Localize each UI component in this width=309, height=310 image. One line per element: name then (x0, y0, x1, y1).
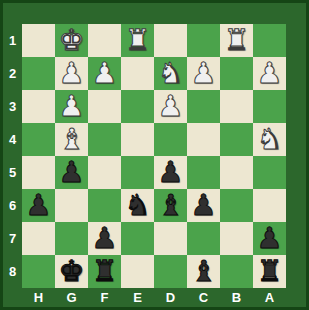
square-h4[interactable] (22, 123, 55, 156)
square-e5[interactable] (121, 156, 154, 189)
square-d4[interactable] (154, 123, 187, 156)
square-g2[interactable]: ♟ (55, 57, 88, 90)
square-g8[interactable]: ♚ (55, 255, 88, 288)
square-g1[interactable]: ♚ (55, 24, 88, 57)
square-a5[interactable] (253, 156, 286, 189)
file-label-c: C (187, 288, 220, 307)
square-c2[interactable]: ♟ (187, 57, 220, 90)
square-h6[interactable]: ♟ (22, 189, 55, 222)
square-c6[interactable]: ♟ (187, 189, 220, 222)
square-a7[interactable]: ♟ (253, 222, 286, 255)
piece-white-knight: ♞ (257, 123, 283, 156)
file-labels: HGFEDCBA (22, 288, 286, 307)
square-c5[interactable] (187, 156, 220, 189)
file-label-f: F (88, 288, 121, 307)
rank-label-1: 1 (3, 24, 22, 57)
rank-label-7: 7 (3, 222, 22, 255)
square-d5[interactable]: ♟ (154, 156, 187, 189)
square-d6[interactable]: ♝ (154, 189, 187, 222)
piece-black-knight: ♞ (125, 189, 151, 222)
chess-diagram: 12345678 ♚♜♜♟♟♞♟♟♟♟♝♞♟♟♟♞♝♟♟♟♚♜♝♜ HGFEDC… (0, 0, 309, 310)
file-label-b: B (220, 288, 253, 307)
square-f4[interactable] (88, 123, 121, 156)
square-d7[interactable] (154, 222, 187, 255)
rank-label-6: 6 (3, 189, 22, 222)
piece-black-pawn: ♟ (59, 156, 85, 189)
square-a3[interactable] (253, 90, 286, 123)
piece-black-bishop: ♝ (191, 255, 217, 288)
piece-black-king: ♚ (59, 255, 85, 288)
square-g6[interactable] (55, 189, 88, 222)
square-f2[interactable]: ♟ (88, 57, 121, 90)
square-d8[interactable] (154, 255, 187, 288)
piece-white-pawn: ♟ (191, 57, 217, 90)
square-a2[interactable]: ♟ (253, 57, 286, 90)
square-c8[interactable]: ♝ (187, 255, 220, 288)
square-c3[interactable] (187, 90, 220, 123)
rank-label-2: 2 (3, 57, 22, 90)
square-h3[interactable] (22, 90, 55, 123)
piece-white-rook: ♜ (125, 24, 151, 57)
file-label-h: H (22, 288, 55, 307)
square-b3[interactable] (220, 90, 253, 123)
square-f5[interactable] (88, 156, 121, 189)
square-b7[interactable] (220, 222, 253, 255)
square-g4[interactable]: ♝ (55, 123, 88, 156)
piece-white-rook: ♜ (224, 24, 250, 57)
square-d3[interactable]: ♟ (154, 90, 187, 123)
chess-board: ♚♜♜♟♟♞♟♟♟♟♝♞♟♟♟♞♝♟♟♟♚♜♝♜ (22, 24, 286, 288)
square-e4[interactable] (121, 123, 154, 156)
piece-black-pawn: ♟ (26, 189, 52, 222)
file-label-a: A (253, 288, 286, 307)
square-g3[interactable]: ♟ (55, 90, 88, 123)
square-g7[interactable] (55, 222, 88, 255)
square-f7[interactable]: ♟ (88, 222, 121, 255)
square-b4[interactable] (220, 123, 253, 156)
square-d1[interactable] (154, 24, 187, 57)
rank-label-8: 8 (3, 255, 22, 288)
square-a4[interactable]: ♞ (253, 123, 286, 156)
piece-white-knight: ♞ (158, 57, 184, 90)
file-label-d: D (154, 288, 187, 307)
piece-black-rook: ♜ (92, 255, 118, 288)
rank-label-5: 5 (3, 156, 22, 189)
square-h2[interactable] (22, 57, 55, 90)
square-a1[interactable] (253, 24, 286, 57)
piece-black-bishop: ♝ (158, 189, 184, 222)
piece-black-pawn: ♟ (257, 222, 283, 255)
square-e8[interactable] (121, 255, 154, 288)
square-c7[interactable] (187, 222, 220, 255)
square-e6[interactable]: ♞ (121, 189, 154, 222)
square-h8[interactable] (22, 255, 55, 288)
square-b8[interactable] (220, 255, 253, 288)
square-b1[interactable]: ♜ (220, 24, 253, 57)
rank-label-4: 4 (3, 123, 22, 156)
rank-label-3: 3 (3, 90, 22, 123)
square-h1[interactable] (22, 24, 55, 57)
square-e2[interactable] (121, 57, 154, 90)
rank-labels: 12345678 (3, 24, 22, 288)
square-f8[interactable]: ♜ (88, 255, 121, 288)
square-c4[interactable] (187, 123, 220, 156)
piece-white-pawn: ♟ (158, 90, 184, 123)
square-h5[interactable] (22, 156, 55, 189)
square-d2[interactable]: ♞ (154, 57, 187, 90)
square-b5[interactable] (220, 156, 253, 189)
piece-white-bishop: ♝ (59, 123, 85, 156)
file-label-g: G (55, 288, 88, 307)
file-label-e: E (121, 288, 154, 307)
square-h7[interactable] (22, 222, 55, 255)
piece-white-pawn: ♟ (59, 90, 85, 123)
piece-white-pawn: ♟ (59, 57, 85, 90)
square-b6[interactable] (220, 189, 253, 222)
square-e7[interactable] (121, 222, 154, 255)
square-f6[interactable] (88, 189, 121, 222)
square-a8[interactable]: ♜ (253, 255, 286, 288)
square-a6[interactable] (253, 189, 286, 222)
piece-white-pawn: ♟ (257, 57, 283, 90)
square-e3[interactable] (121, 90, 154, 123)
piece-black-pawn: ♟ (158, 156, 184, 189)
square-f1[interactable] (88, 24, 121, 57)
square-g5[interactable]: ♟ (55, 156, 88, 189)
square-b2[interactable] (220, 57, 253, 90)
piece-black-pawn: ♟ (191, 189, 217, 222)
square-f3[interactable] (88, 90, 121, 123)
piece-black-pawn: ♟ (92, 222, 118, 255)
piece-black-rook: ♜ (257, 255, 283, 288)
square-e1[interactable]: ♜ (121, 24, 154, 57)
piece-white-pawn: ♟ (92, 57, 118, 90)
piece-white-king: ♚ (59, 24, 85, 57)
square-c1[interactable] (187, 24, 220, 57)
